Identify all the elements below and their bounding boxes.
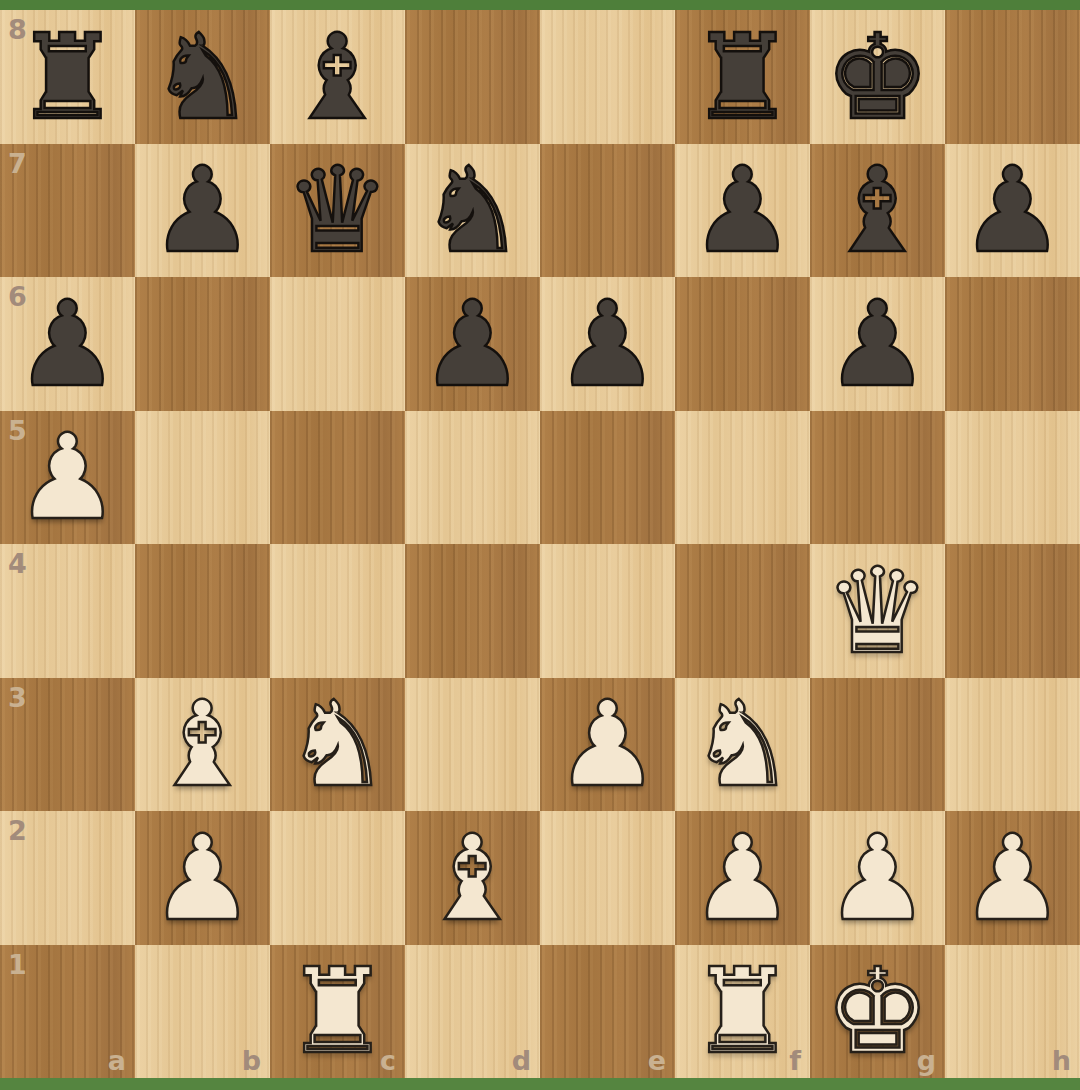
square-c1[interactable]: c♜ <box>270 945 405 1079</box>
square-b2[interactable]: ♟ <box>135 811 270 945</box>
square-h8[interactable] <box>945 10 1080 144</box>
square-a2[interactable]: 2 <box>0 811 135 945</box>
black-knight-d7[interactable]: ♞ <box>405 144 540 278</box>
white-knight-f3[interactable]: ♞ <box>675 678 810 812</box>
square-h7[interactable]: ♟ <box>945 144 1080 278</box>
square-e1[interactable]: e <box>540 945 675 1079</box>
square-a8[interactable]: 8♜ <box>0 10 135 144</box>
square-b3[interactable]: ♝ <box>135 678 270 812</box>
square-c7[interactable]: ♛ <box>270 144 405 278</box>
rank-label-5: 5 <box>8 415 27 446</box>
black-pawn-h7[interactable]: ♟ <box>945 144 1080 278</box>
square-g2[interactable]: ♟ <box>810 811 945 945</box>
rank-label-6: 6 <box>8 281 27 312</box>
black-pawn-f7[interactable]: ♟ <box>675 144 810 278</box>
square-g5[interactable] <box>810 411 945 545</box>
square-g3[interactable] <box>810 678 945 812</box>
white-pawn-e3[interactable]: ♟ <box>540 678 675 812</box>
square-d7[interactable]: ♞ <box>405 144 540 278</box>
white-pawn-f2[interactable]: ♟ <box>675 811 810 945</box>
square-f8[interactable]: ♜ <box>675 10 810 144</box>
square-h4[interactable] <box>945 544 1080 678</box>
square-c2[interactable] <box>270 811 405 945</box>
white-bishop-d2[interactable]: ♝ <box>405 811 540 945</box>
file-label-e: e <box>648 1045 666 1076</box>
square-g1[interactable]: g♚ <box>810 945 945 1079</box>
square-f1[interactable]: f♜ <box>675 945 810 1079</box>
square-c8[interactable]: ♝ <box>270 10 405 144</box>
file-label-b: b <box>242 1045 261 1076</box>
square-f4[interactable] <box>675 544 810 678</box>
square-a1[interactable]: 1a <box>0 945 135 1079</box>
square-g6[interactable]: ♟ <box>810 277 945 411</box>
square-e5[interactable] <box>540 411 675 545</box>
square-a7[interactable]: 7 <box>0 144 135 278</box>
black-knight-b8[interactable]: ♞ <box>135 10 270 144</box>
square-f3[interactable]: ♞ <box>675 678 810 812</box>
square-h2[interactable]: ♟ <box>945 811 1080 945</box>
white-pawn-g2[interactable]: ♟ <box>810 811 945 945</box>
square-e2[interactable] <box>540 811 675 945</box>
square-d2[interactable]: ♝ <box>405 811 540 945</box>
square-a5[interactable]: 5♟ <box>0 411 135 545</box>
file-label-g: g <box>917 1045 936 1076</box>
square-c6[interactable] <box>270 277 405 411</box>
file-label-d: d <box>512 1045 531 1076</box>
square-h5[interactable] <box>945 411 1080 545</box>
square-f6[interactable] <box>675 277 810 411</box>
white-knight-c3[interactable]: ♞ <box>270 678 405 812</box>
chess-app-window: { "game": "chess", "position": { "fen": … <box>0 0 1080 1090</box>
square-e8[interactable] <box>540 10 675 144</box>
square-b4[interactable] <box>135 544 270 678</box>
square-b6[interactable] <box>135 277 270 411</box>
square-c5[interactable] <box>270 411 405 545</box>
white-pawn-h2[interactable]: ♟ <box>945 811 1080 945</box>
square-e4[interactable] <box>540 544 675 678</box>
square-a6[interactable]: 6♟ <box>0 277 135 411</box>
black-queen-c7[interactable]: ♛ <box>270 144 405 278</box>
white-bishop-b3[interactable]: ♝ <box>135 678 270 812</box>
square-h1[interactable]: h <box>945 945 1080 1079</box>
square-g7[interactable]: ♝ <box>810 144 945 278</box>
square-b5[interactable] <box>135 411 270 545</box>
rank-label-2: 2 <box>8 815 27 846</box>
black-bishop-c8[interactable]: ♝ <box>270 10 405 144</box>
square-g4[interactable]: ♛ <box>810 544 945 678</box>
square-c4[interactable] <box>270 544 405 678</box>
square-d5[interactable] <box>405 411 540 545</box>
rank-label-1: 1 <box>8 949 27 980</box>
square-b7[interactable]: ♟ <box>135 144 270 278</box>
file-label-f: f <box>789 1045 801 1076</box>
square-f2[interactable]: ♟ <box>675 811 810 945</box>
black-rook-f8[interactable]: ♜ <box>675 10 810 144</box>
square-f7[interactable]: ♟ <box>675 144 810 278</box>
rank-label-7: 7 <box>8 148 27 179</box>
black-pawn-b7[interactable]: ♟ <box>135 144 270 278</box>
square-e6[interactable]: ♟ <box>540 277 675 411</box>
square-h3[interactable] <box>945 678 1080 812</box>
square-e7[interactable] <box>540 144 675 278</box>
black-king-g8[interactable]: ♚ <box>810 10 945 144</box>
square-g8[interactable]: ♚ <box>810 10 945 144</box>
square-h6[interactable] <box>945 277 1080 411</box>
black-pawn-e6[interactable]: ♟ <box>540 277 675 411</box>
rank-label-4: 4 <box>8 548 27 579</box>
square-d6[interactable]: ♟ <box>405 277 540 411</box>
square-f5[interactable] <box>675 411 810 545</box>
square-d4[interactable] <box>405 544 540 678</box>
black-bishop-g7[interactable]: ♝ <box>810 144 945 278</box>
square-e3[interactable]: ♟ <box>540 678 675 812</box>
square-a3[interactable]: 3 <box>0 678 135 812</box>
chess-board: 8♜♞♝♜♚7♟♛♞♟♝♟6♟♟♟♟5♟4♛3♝♞♟♞2♟♝♟♟♟1abc♜de… <box>0 10 1080 1078</box>
square-a4[interactable]: 4 <box>0 544 135 678</box>
file-label-h: h <box>1052 1045 1071 1076</box>
square-b8[interactable]: ♞ <box>135 10 270 144</box>
square-b1[interactable]: b <box>135 945 270 1079</box>
square-d8[interactable] <box>405 10 540 144</box>
black-pawn-d6[interactable]: ♟ <box>405 277 540 411</box>
file-label-c: c <box>380 1045 396 1076</box>
white-queen-g4[interactable]: ♛ <box>810 544 945 678</box>
square-d1[interactable]: d <box>405 945 540 1079</box>
rank-label-8: 8 <box>8 14 27 45</box>
rank-label-3: 3 <box>8 682 27 713</box>
square-d3[interactable] <box>405 678 540 812</box>
file-label-a: a <box>108 1045 126 1076</box>
square-c3[interactable]: ♞ <box>270 678 405 812</box>
black-pawn-g6[interactable]: ♟ <box>810 277 945 411</box>
white-pawn-b2[interactable]: ♟ <box>135 811 270 945</box>
